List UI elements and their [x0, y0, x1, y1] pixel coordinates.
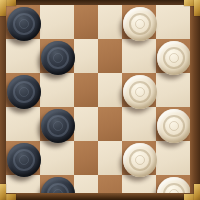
square-r2c0-dark[interactable]: [6, 73, 40, 107]
square-r3c1-dark[interactable]: [40, 107, 74, 141]
square-r0c4-dark[interactable]: [122, 5, 156, 39]
square-r1c5-dark[interactable]: [156, 39, 190, 73]
square-r4c1-light[interactable]: [40, 141, 74, 175]
square-r0c2-dark[interactable]: [74, 5, 98, 39]
square-r1c2-light[interactable]: [74, 39, 98, 73]
board-grid: [6, 5, 190, 193]
square-r4c3-light[interactable]: [98, 141, 122, 175]
white-piece-r3c5[interactable]: [157, 109, 191, 143]
black-piece-r3c1[interactable]: [41, 109, 75, 143]
square-r4c0-dark[interactable]: [6, 141, 40, 175]
square-r3c0-light[interactable]: [6, 107, 40, 141]
black-piece-r1c1[interactable]: [41, 41, 75, 75]
board-frame-right: [190, 0, 200, 200]
square-r1c1-dark[interactable]: [40, 39, 74, 73]
square-r0c3-light[interactable]: [98, 5, 122, 39]
board-frame-bottom: [0, 193, 200, 200]
square-r3c3-dark[interactable]: [98, 107, 122, 141]
black-piece-r4c0[interactable]: [7, 143, 41, 177]
square-r3c4-light[interactable]: [122, 107, 156, 141]
white-piece-r4c4[interactable]: [123, 143, 157, 177]
black-piece-r2c0[interactable]: [7, 75, 41, 109]
square-r4c4-dark[interactable]: [122, 141, 156, 175]
board-frame-top: [0, 0, 200, 5]
square-r0c5-light[interactable]: [156, 5, 190, 39]
square-r3c2-light[interactable]: [74, 107, 98, 141]
board-frame-left: [0, 0, 6, 200]
black-piece-r0c0[interactable]: [7, 7, 41, 41]
square-r2c5-light[interactable]: [156, 73, 190, 107]
square-r0c1-light[interactable]: [40, 5, 74, 39]
square-r2c4-dark[interactable]: [122, 73, 156, 107]
square-r1c0-light[interactable]: [6, 39, 40, 73]
checkers-game-screenshot: [0, 0, 200, 200]
square-r0c0-dark[interactable]: [6, 5, 40, 39]
square-r2c1-light[interactable]: [40, 73, 74, 107]
square-r3c5-dark[interactable]: [156, 107, 190, 141]
white-piece-r1c5[interactable]: [157, 41, 191, 75]
white-piece-r0c4[interactable]: [123, 7, 157, 41]
square-r1c3-dark[interactable]: [98, 39, 122, 73]
square-r4c2-dark[interactable]: [74, 141, 98, 175]
square-r2c2-dark[interactable]: [74, 73, 98, 107]
square-r4c5-light[interactable]: [156, 141, 190, 175]
white-piece-r2c4[interactable]: [123, 75, 157, 109]
square-r1c4-light[interactable]: [122, 39, 156, 73]
square-r2c3-light[interactable]: [98, 73, 122, 107]
